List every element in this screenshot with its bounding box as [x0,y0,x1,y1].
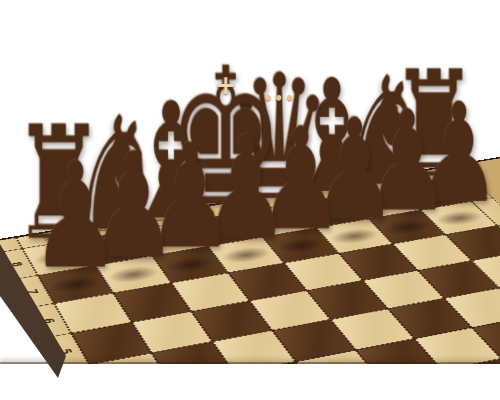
photo-crop-strip [0,364,500,400]
board-perspective: hgfedcba8♜♞♝♚+♛•••♝♞♜7♟♟♟♟♟♟♟♟654321 [0,0,500,400]
rank-label-text: 7 [24,288,42,295]
rank-label-text: 6 [40,317,59,325]
chess-set-photo: hgfedcba8♜♞♝♚+♛•••♝♞♜7♟♟♟♟♟♟♟♟654321 [0,0,500,400]
rank-label-text: 8 [9,261,27,268]
rank-label-text: 5 [57,347,77,355]
black-pawn-glyph: ♟ [31,143,120,290]
